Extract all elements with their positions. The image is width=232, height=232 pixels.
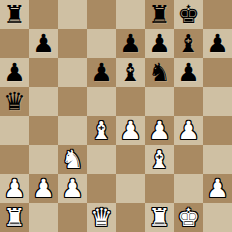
piece-white-pawn-c2[interactable]: ♟ <box>61 174 83 203</box>
piece-white-bishop-d4[interactable]: ♝ <box>90 116 112 145</box>
square-c5[interactable] <box>58 87 87 116</box>
piece-black-pawn-h7[interactable]: ♟ <box>206 29 228 58</box>
piece-white-pawn-b2[interactable]: ♟ <box>32 174 54 203</box>
square-h1[interactable] <box>203 203 232 232</box>
square-f3[interactable]: ♝ <box>145 145 174 174</box>
piece-black-queen-a5[interactable]: ♛ <box>3 87 25 116</box>
square-d2[interactable] <box>87 174 116 203</box>
square-a2[interactable]: ♟ <box>0 174 29 203</box>
square-b2[interactable]: ♟ <box>29 174 58 203</box>
piece-white-king-g1[interactable]: ♚ <box>177 203 199 232</box>
square-b8[interactable] <box>29 0 58 29</box>
square-f6[interactable]: ♞ <box>145 58 174 87</box>
square-c6[interactable] <box>58 58 87 87</box>
square-g3[interactable] <box>174 145 203 174</box>
square-d6[interactable]: ♟ <box>87 58 116 87</box>
piece-black-knight-f6[interactable]: ♞ <box>148 58 170 87</box>
piece-white-pawn-g4[interactable]: ♟ <box>177 116 199 145</box>
square-g2[interactable] <box>174 174 203 203</box>
square-c2[interactable]: ♟ <box>58 174 87 203</box>
square-g4[interactable]: ♟ <box>174 116 203 145</box>
square-b5[interactable] <box>29 87 58 116</box>
square-e2[interactable] <box>116 174 145 203</box>
square-e8[interactable] <box>116 0 145 29</box>
square-h7[interactable]: ♟ <box>203 29 232 58</box>
square-h5[interactable] <box>203 87 232 116</box>
piece-white-pawn-a2[interactable]: ♟ <box>3 174 25 203</box>
piece-white-pawn-f4[interactable]: ♟ <box>148 116 170 145</box>
square-c4[interactable] <box>58 116 87 145</box>
square-c3[interactable]: ♞ <box>58 145 87 174</box>
square-g6[interactable]: ♟ <box>174 58 203 87</box>
piece-black-pawn-a6[interactable]: ♟ <box>3 58 25 87</box>
square-a3[interactable] <box>0 145 29 174</box>
piece-black-bishop-g7[interactable]: ♝ <box>177 29 199 58</box>
square-c8[interactable] <box>58 0 87 29</box>
square-f4[interactable]: ♟ <box>145 116 174 145</box>
piece-white-pawn-h2[interactable]: ♟ <box>206 174 228 203</box>
piece-black-king-g8[interactable]: ♚ <box>177 0 199 29</box>
square-h2[interactable]: ♟ <box>203 174 232 203</box>
square-e4[interactable]: ♟ <box>116 116 145 145</box>
square-a5[interactable]: ♛ <box>0 87 29 116</box>
square-b7[interactable]: ♟ <box>29 29 58 58</box>
square-e6[interactable]: ♝ <box>116 58 145 87</box>
piece-black-rook-a8[interactable]: ♜ <box>3 0 25 29</box>
square-e1[interactable] <box>116 203 145 232</box>
square-h6[interactable] <box>203 58 232 87</box>
square-a7[interactable] <box>0 29 29 58</box>
square-d1[interactable]: ♛ <box>87 203 116 232</box>
piece-black-pawn-g6[interactable]: ♟ <box>177 58 199 87</box>
square-h3[interactable] <box>203 145 232 174</box>
piece-black-pawn-b7[interactable]: ♟ <box>32 29 54 58</box>
square-a4[interactable] <box>0 116 29 145</box>
square-g8[interactable]: ♚ <box>174 0 203 29</box>
piece-white-rook-f1[interactable]: ♜ <box>148 203 170 232</box>
square-a1[interactable]: ♜ <box>0 203 29 232</box>
piece-white-rook-a1[interactable]: ♜ <box>3 203 25 232</box>
square-d8[interactable] <box>87 0 116 29</box>
square-f8[interactable]: ♜ <box>145 0 174 29</box>
square-a6[interactable]: ♟ <box>0 58 29 87</box>
piece-white-queen-d1[interactable]: ♛ <box>90 203 112 232</box>
square-d5[interactable] <box>87 87 116 116</box>
piece-black-rook-f8[interactable]: ♜ <box>148 0 170 29</box>
square-h4[interactable] <box>203 116 232 145</box>
piece-white-bishop-f3[interactable]: ♝ <box>148 145 170 174</box>
square-b1[interactable] <box>29 203 58 232</box>
square-g7[interactable]: ♝ <box>174 29 203 58</box>
square-h8[interactable] <box>203 0 232 29</box>
square-f5[interactable] <box>145 87 174 116</box>
chess-board: ♜♜♚♟♟♟♝♟♟♟♝♞♟♛♝♟♟♟♞♝♟♟♟♟♜♛♜♚ <box>0 0 232 232</box>
piece-white-pawn-e4[interactable]: ♟ <box>119 116 141 145</box>
piece-white-knight-c3[interactable]: ♞ <box>61 145 83 174</box>
square-f1[interactable]: ♜ <box>145 203 174 232</box>
square-f2[interactable] <box>145 174 174 203</box>
piece-black-bishop-e6[interactable]: ♝ <box>119 58 141 87</box>
square-e3[interactable] <box>116 145 145 174</box>
square-g1[interactable]: ♚ <box>174 203 203 232</box>
square-b3[interactable] <box>29 145 58 174</box>
square-d3[interactable] <box>87 145 116 174</box>
piece-black-pawn-e7[interactable]: ♟ <box>119 29 141 58</box>
piece-black-pawn-d6[interactable]: ♟ <box>90 58 112 87</box>
piece-black-pawn-f7[interactable]: ♟ <box>148 29 170 58</box>
square-a8[interactable]: ♜ <box>0 0 29 29</box>
square-e5[interactable] <box>116 87 145 116</box>
square-d4[interactable]: ♝ <box>87 116 116 145</box>
square-c7[interactable] <box>58 29 87 58</box>
square-b4[interactable] <box>29 116 58 145</box>
square-g5[interactable] <box>174 87 203 116</box>
square-b6[interactable] <box>29 58 58 87</box>
square-d7[interactable] <box>87 29 116 58</box>
square-c1[interactable] <box>58 203 87 232</box>
square-f7[interactable]: ♟ <box>145 29 174 58</box>
square-e7[interactable]: ♟ <box>116 29 145 58</box>
